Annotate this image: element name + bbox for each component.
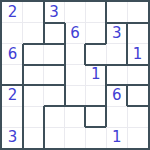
cell-r4c7[interactable] (127, 65, 148, 86)
given-digit: 2 (8, 5, 18, 20)
cell-r7c3[interactable] (44, 127, 65, 148)
cell-r7c6[interactable]: 1 (106, 127, 127, 148)
given-digit: 1 (91, 67, 101, 82)
cell-r5c3[interactable] (44, 85, 65, 106)
given-digit: 3 (112, 26, 122, 41)
cell-r7c7[interactable] (127, 127, 148, 148)
cell-r6c6[interactable] (106, 106, 127, 127)
given-digit: 6 (8, 47, 18, 62)
cell-r1c3[interactable]: 3 (44, 2, 65, 23)
cell-r3c3[interactable] (44, 44, 65, 65)
cell-r3c7[interactable]: 1 (127, 44, 148, 65)
given-digit: 3 (8, 130, 18, 145)
cell-r1c6[interactable] (106, 2, 127, 23)
cell-r2c2[interactable] (23, 23, 44, 44)
cell-r2c1[interactable] (2, 23, 23, 44)
cell-r1c2[interactable] (23, 2, 44, 23)
cell-r5c2[interactable] (23, 85, 44, 106)
cell-r5c4[interactable] (65, 85, 86, 106)
given-digit: 6 (70, 26, 80, 41)
cell-r4c4[interactable] (65, 65, 86, 86)
cell-r2c3[interactable] (44, 23, 65, 44)
cell-r5c6[interactable]: 6 (106, 85, 127, 106)
cell-r4c2[interactable] (23, 65, 44, 86)
cell-r6c4[interactable] (65, 106, 86, 127)
cell-r7c1[interactable]: 3 (2, 127, 23, 148)
puzzle-board: 23636112631 (0, 0, 150, 150)
given-digit: 1 (112, 130, 122, 145)
given-digit: 3 (49, 5, 59, 20)
cell-r3c6[interactable] (106, 44, 127, 65)
cell-r2c5[interactable] (85, 23, 106, 44)
cell-r5c7[interactable] (127, 85, 148, 106)
cell-r6c5[interactable] (85, 106, 106, 127)
cell-r5c1[interactable]: 2 (2, 85, 23, 106)
cell-r1c5[interactable] (85, 2, 106, 23)
cell-r4c5[interactable]: 1 (85, 65, 106, 86)
given-digit: 2 (8, 88, 18, 103)
cell-r3c2[interactable] (23, 44, 44, 65)
cell-r6c3[interactable] (44, 106, 65, 127)
cell-r2c4[interactable]: 6 (65, 23, 86, 44)
cell-r6c2[interactable] (23, 106, 44, 127)
cell-r4c6[interactable] (106, 65, 127, 86)
cell-r1c1[interactable]: 2 (2, 2, 23, 23)
cell-r2c6[interactable]: 3 (106, 23, 127, 44)
cell-r3c4[interactable] (65, 44, 86, 65)
given-digit: 1 (133, 47, 143, 62)
cell-r6c7[interactable] (127, 106, 148, 127)
cell-r3c5[interactable] (85, 44, 106, 65)
cell-r7c2[interactable] (23, 127, 44, 148)
cell-r6c1[interactable] (2, 106, 23, 127)
cell-r3c1[interactable]: 6 (2, 44, 23, 65)
cell-r7c4[interactable] (65, 127, 86, 148)
cell-r4c1[interactable] (2, 65, 23, 86)
cell-r7c5[interactable] (85, 127, 106, 148)
cell-r1c4[interactable] (65, 2, 86, 23)
cell-r1c7[interactable] (127, 2, 148, 23)
cell-r2c7[interactable] (127, 23, 148, 44)
cell-r4c3[interactable] (44, 65, 65, 86)
given-digit: 6 (112, 88, 122, 103)
cell-r5c5[interactable] (85, 85, 106, 106)
